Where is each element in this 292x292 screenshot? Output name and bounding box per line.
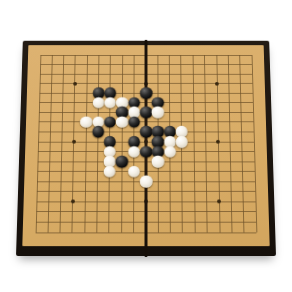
grid-line-vertical: [60, 55, 65, 232]
grid-line-vertical: [121, 55, 123, 232]
white-stone: [164, 146, 176, 158]
star-point: [71, 200, 75, 204]
grid-line-vertical: [204, 55, 208, 232]
grid-line-vertical: [47, 55, 52, 232]
white-stone: [140, 176, 152, 188]
black-stone: [140, 107, 152, 118]
white-stone: [128, 146, 140, 158]
go-board[interactable]: [16, 41, 276, 256]
star-point: [72, 140, 76, 144]
black-stone: [140, 126, 152, 138]
white-stone: [92, 97, 104, 108]
white-stone: [104, 97, 116, 108]
white-stone: [152, 107, 164, 118]
star-point: [73, 82, 77, 86]
product-photo: [0, 0, 292, 292]
white-stone: [104, 166, 116, 178]
black-stone: [140, 87, 152, 98]
white-stone: [116, 116, 128, 128]
black-stone: [116, 156, 128, 168]
star-point: [215, 82, 219, 86]
grid-line-vertical: [251, 55, 257, 232]
star-point: [217, 200, 221, 204]
white-stone: [176, 136, 188, 148]
grid-line-vertical: [84, 55, 88, 232]
black-stone: [104, 116, 116, 128]
grid-line-vertical: [228, 55, 233, 232]
grid-line-vertical: [192, 55, 195, 232]
grid-line-vertical: [239, 55, 244, 232]
black-stone: [140, 146, 152, 158]
white-stone: [128, 166, 140, 178]
black-stone: [92, 126, 104, 138]
white-stone: [152, 156, 164, 168]
star-point: [216, 140, 220, 144]
white-stone: [80, 116, 92, 128]
grid-line-vertical: [35, 55, 41, 232]
black-stone: [128, 116, 140, 128]
grid-line-vertical: [96, 55, 99, 232]
